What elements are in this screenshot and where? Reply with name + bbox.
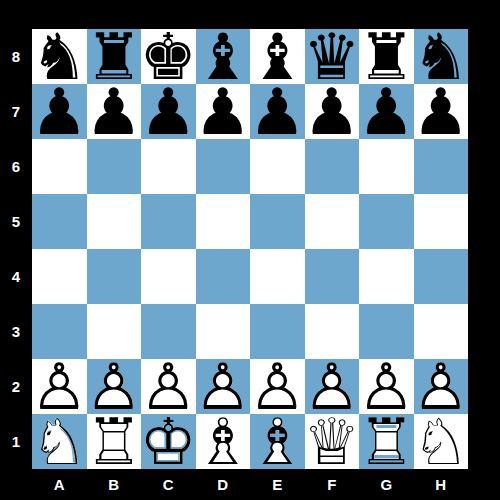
piece-outline-glyph: ♖ <box>358 410 415 474</box>
square-b1[interactable]: ♜♖ <box>87 414 142 469</box>
square-g7[interactable]: ♟ <box>359 84 414 139</box>
piece-fill-glyph: ♟ <box>412 80 469 144</box>
piece-fill-glyph: ♟ <box>358 80 415 144</box>
square-e4[interactable] <box>250 249 305 304</box>
rank-label-4: 4 <box>0 249 32 304</box>
piece-outline-glyph: ♖ <box>85 410 142 474</box>
white-queen[interactable]: ♛♕ <box>305 414 360 469</box>
square-d7[interactable]: ♟ <box>196 84 251 139</box>
file-label-g: G <box>359 469 414 500</box>
square-f5[interactable] <box>305 194 360 249</box>
piece-fill-glyph: ♟ <box>249 80 306 144</box>
square-c1[interactable]: ♚♔ <box>141 414 196 469</box>
square-b7[interactable]: ♟ <box>87 84 142 139</box>
file-label-d: D <box>196 469 251 500</box>
white-rook[interactable]: ♜♖ <box>87 414 142 469</box>
piece-outline-glyph: ♘ <box>412 410 469 474</box>
black-pawn[interactable]: ♟ <box>250 84 305 139</box>
piece-outline-glyph: ♗ <box>194 410 251 474</box>
chess-board: ♞♜♚♝♝♛♜♞♟♟♟♟♟♟♟♟♟♙♟♙♟♙♟♙♟♙♟♙♟♙♟♙♞♘♜♖♚♔♝♗… <box>32 29 468 469</box>
square-d5[interactable] <box>196 194 251 249</box>
black-pawn[interactable]: ♟ <box>141 84 196 139</box>
square-g6[interactable] <box>359 139 414 194</box>
square-f7[interactable]: ♟ <box>305 84 360 139</box>
rank-label-6: 6 <box>0 139 32 194</box>
square-h6[interactable] <box>414 139 469 194</box>
square-g4[interactable] <box>359 249 414 304</box>
square-c5[interactable] <box>141 194 196 249</box>
file-labels: ABCDEFGH <box>32 469 468 500</box>
square-h4[interactable] <box>414 249 469 304</box>
square-e1[interactable]: ♝♗ <box>250 414 305 469</box>
white-rook[interactable]: ♜♖ <box>359 414 414 469</box>
black-pawn[interactable]: ♟ <box>196 84 251 139</box>
rank-label-8: 8 <box>0 29 32 84</box>
chessboard-window: ♞♜♚♝♝♛♜♞♟♟♟♟♟♟♟♟♟♙♟♙♟♙♟♙♟♙♟♙♟♙♟♙♞♘♜♖♚♔♝♗… <box>0 0 500 500</box>
square-f1[interactable]: ♛♕ <box>305 414 360 469</box>
black-pawn[interactable]: ♟ <box>87 84 142 139</box>
square-g5[interactable] <box>359 194 414 249</box>
square-f6[interactable] <box>305 139 360 194</box>
square-a1[interactable]: ♞♘ <box>32 414 87 469</box>
piece-fill-glyph: ♟ <box>194 80 251 144</box>
white-bishop[interactable]: ♝♗ <box>196 414 251 469</box>
square-d1[interactable]: ♝♗ <box>196 414 251 469</box>
file-label-f: F <box>305 469 360 500</box>
file-label-b: B <box>87 469 142 500</box>
rank-label-1: 1 <box>0 414 32 469</box>
square-f4[interactable] <box>305 249 360 304</box>
square-a5[interactable] <box>32 194 87 249</box>
square-a4[interactable] <box>32 249 87 304</box>
square-c4[interactable] <box>141 249 196 304</box>
square-g1[interactable]: ♜♖ <box>359 414 414 469</box>
square-b5[interactable] <box>87 194 142 249</box>
square-a6[interactable] <box>32 139 87 194</box>
square-b6[interactable] <box>87 139 142 194</box>
square-e7[interactable]: ♟ <box>250 84 305 139</box>
square-c6[interactable] <box>141 139 196 194</box>
piece-fill-glyph: ♟ <box>85 80 142 144</box>
black-pawn[interactable]: ♟ <box>359 84 414 139</box>
white-knight[interactable]: ♞♘ <box>414 414 469 469</box>
square-e5[interactable] <box>250 194 305 249</box>
piece-outline-glyph: ♘ <box>31 410 88 474</box>
file-label-c: C <box>141 469 196 500</box>
piece-fill-glyph: ♟ <box>31 80 88 144</box>
rank-label-2: 2 <box>0 359 32 414</box>
piece-outline-glyph: ♔ <box>140 410 197 474</box>
white-bishop[interactable]: ♝♗ <box>250 414 305 469</box>
square-c7[interactable]: ♟ <box>141 84 196 139</box>
black-pawn[interactable]: ♟ <box>305 84 360 139</box>
square-d4[interactable] <box>196 249 251 304</box>
square-d6[interactable] <box>196 139 251 194</box>
rank-label-3: 3 <box>0 304 32 359</box>
piece-fill-glyph: ♟ <box>303 80 360 144</box>
piece-outline-glyph: ♗ <box>249 410 306 474</box>
piece-outline-glyph: ♕ <box>303 410 360 474</box>
file-label-e: E <box>250 469 305 500</box>
rank-label-5: 5 <box>0 194 32 249</box>
white-knight[interactable]: ♞♘ <box>32 414 87 469</box>
rank-labels: 87654321 <box>0 29 32 469</box>
file-label-h: H <box>414 469 469 500</box>
piece-fill-glyph: ♟ <box>140 80 197 144</box>
white-king[interactable]: ♚♔ <box>141 414 196 469</box>
square-b4[interactable] <box>87 249 142 304</box>
black-pawn[interactable]: ♟ <box>32 84 87 139</box>
square-a7[interactable]: ♟ <box>32 84 87 139</box>
square-e6[interactable] <box>250 139 305 194</box>
square-h5[interactable] <box>414 194 469 249</box>
square-h1[interactable]: ♞♘ <box>414 414 469 469</box>
rank-label-7: 7 <box>0 84 32 139</box>
file-label-a: A <box>32 469 87 500</box>
square-h7[interactable]: ♟ <box>414 84 469 139</box>
black-pawn[interactable]: ♟ <box>414 84 469 139</box>
